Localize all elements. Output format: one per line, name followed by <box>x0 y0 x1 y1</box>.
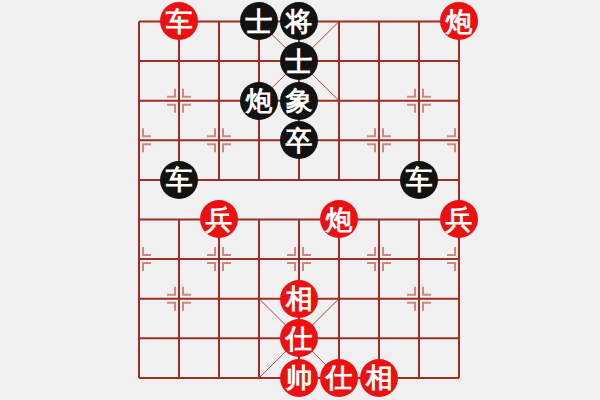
red-chariot[interactable]: 车 <box>160 2 198 40</box>
black-advisor[interactable]: 士 <box>280 42 318 80</box>
black-elephant[interactable]: 象 <box>280 82 318 120</box>
black-general[interactable]: 将 <box>280 2 318 40</box>
red-pawn[interactable]: 兵 <box>440 200 478 238</box>
xiangqi-board: 车士将炮士炮象卒车车兵炮兵相仕帅仕相 <box>0 0 600 400</box>
red-elephant[interactable]: 相 <box>360 359 398 397</box>
black-chariot[interactable]: 车 <box>160 161 198 199</box>
red-elephant[interactable]: 相 <box>280 280 318 318</box>
red-pawn[interactable]: 兵 <box>200 200 238 238</box>
black-advisor[interactable]: 士 <box>240 2 278 40</box>
black-chariot[interactable]: 车 <box>400 161 438 199</box>
red-advisor[interactable]: 仕 <box>320 359 358 397</box>
red-general[interactable]: 帅 <box>280 359 318 397</box>
red-advisor[interactable]: 仕 <box>280 319 318 357</box>
pieces-layer: 车士将炮士炮象卒车车兵炮兵相仕帅仕相 <box>119 2 479 398</box>
red-cannon[interactable]: 炮 <box>320 200 358 238</box>
red-cannon[interactable]: 炮 <box>440 2 478 40</box>
black-cannon[interactable]: 炮 <box>240 82 278 120</box>
black-pawn[interactable]: 卒 <box>280 121 318 159</box>
